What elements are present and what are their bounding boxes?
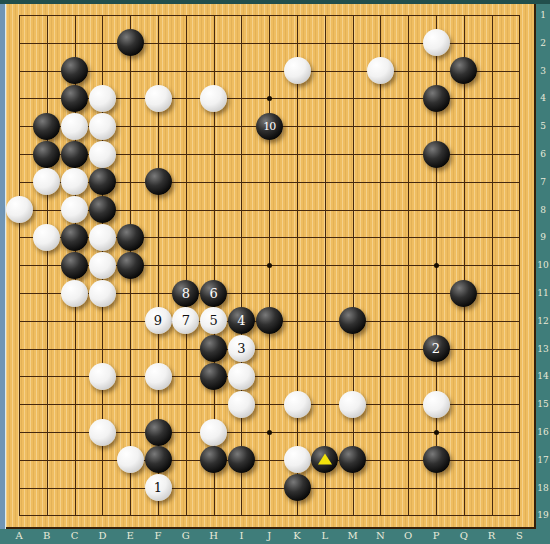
move-number-label: 10 bbox=[263, 121, 275, 132]
grid-line-vertical bbox=[408, 15, 409, 516]
row-label-16: 16 bbox=[537, 427, 548, 437]
stone-white bbox=[89, 224, 116, 251]
column-label-Q: Q bbox=[460, 530, 468, 541]
stone-black: 10 bbox=[256, 113, 283, 140]
stone-black bbox=[145, 446, 172, 473]
stone-black bbox=[256, 307, 283, 334]
stone-white: 7 bbox=[172, 307, 199, 334]
stone-black: 6 bbox=[200, 280, 227, 307]
stone-white bbox=[228, 363, 255, 390]
row-coordinate-strip: 12345678910111213141516171819 bbox=[536, 4, 550, 529]
column-label-S: S bbox=[516, 530, 523, 541]
stone-white bbox=[200, 85, 227, 112]
stone-black: 2 bbox=[423, 335, 450, 362]
row-label-6: 6 bbox=[540, 149, 546, 159]
grid-line-vertical bbox=[464, 15, 465, 516]
stone-black bbox=[200, 335, 227, 362]
row-label-10: 10 bbox=[537, 260, 548, 270]
row-label-3: 3 bbox=[540, 66, 546, 76]
column-coordinate-strip: ABCDEFGHIJKLMNOPQRS bbox=[0, 529, 550, 544]
row-label-12: 12 bbox=[537, 316, 548, 326]
stone-white bbox=[89, 419, 116, 446]
stone-white bbox=[423, 391, 450, 418]
column-label-N: N bbox=[376, 530, 385, 541]
stone-black: 8 bbox=[172, 280, 199, 307]
column-label-M: M bbox=[347, 530, 357, 541]
column-label-I: I bbox=[239, 530, 243, 541]
grid-line-horizontal bbox=[19, 488, 520, 489]
column-label-H: H bbox=[209, 530, 218, 541]
stone-black bbox=[423, 446, 450, 473]
stone-white bbox=[89, 280, 116, 307]
stone-black bbox=[228, 446, 255, 473]
stone-black bbox=[117, 29, 144, 56]
stone-white bbox=[200, 419, 227, 446]
stone-white bbox=[228, 391, 255, 418]
stone-white bbox=[6, 196, 33, 223]
stone-black bbox=[61, 85, 88, 112]
stone-black bbox=[423, 141, 450, 168]
stone-white bbox=[61, 168, 88, 195]
row-label-5: 5 bbox=[540, 121, 546, 131]
move-number-label: 2 bbox=[432, 342, 440, 355]
stone-black bbox=[61, 141, 88, 168]
column-label-K: K bbox=[293, 530, 300, 541]
column-label-G: G bbox=[182, 530, 190, 541]
row-label-9: 9 bbox=[540, 232, 546, 242]
row-label-14: 14 bbox=[537, 371, 548, 381]
star-point bbox=[267, 430, 272, 435]
stone-white bbox=[89, 113, 116, 140]
grid-line-vertical bbox=[297, 15, 298, 516]
stone-white: 3 bbox=[228, 335, 255, 362]
stone-black bbox=[284, 474, 311, 501]
row-label-7: 7 bbox=[540, 177, 546, 187]
stone-white bbox=[423, 29, 450, 56]
stone-black bbox=[311, 446, 338, 473]
stone-white: 5 bbox=[200, 307, 227, 334]
grid-line-vertical bbox=[519, 15, 520, 516]
move-number-label: 4 bbox=[237, 314, 245, 327]
stone-black bbox=[89, 196, 116, 223]
stone-white bbox=[89, 141, 116, 168]
stone-black bbox=[89, 168, 116, 195]
grid-line-vertical bbox=[325, 15, 326, 516]
stone-black bbox=[61, 224, 88, 251]
stone-white bbox=[117, 446, 144, 473]
stone-white bbox=[61, 280, 88, 307]
star-point bbox=[434, 430, 439, 435]
stone-white bbox=[89, 363, 116, 390]
move-number-label: 6 bbox=[209, 287, 217, 300]
stone-white: 1 bbox=[145, 474, 172, 501]
row-label-1: 1 bbox=[540, 10, 546, 20]
column-label-C: C bbox=[71, 530, 79, 541]
stone-black bbox=[145, 168, 172, 195]
column-label-P: P bbox=[433, 530, 440, 541]
row-label-19: 19 bbox=[537, 510, 548, 520]
grid-line-vertical bbox=[492, 15, 493, 516]
triangle-marker-icon bbox=[318, 453, 332, 464]
row-label-18: 18 bbox=[537, 483, 548, 493]
move-number-label: 7 bbox=[182, 314, 190, 327]
move-number-label: 3 bbox=[237, 342, 245, 355]
stone-white bbox=[284, 391, 311, 418]
stone-white bbox=[145, 85, 172, 112]
stone-white bbox=[89, 85, 116, 112]
stone-black bbox=[145, 419, 172, 446]
go-board[interactable]: 10869754321 bbox=[6, 4, 536, 529]
stone-white bbox=[284, 57, 311, 84]
row-label-11: 11 bbox=[537, 288, 548, 298]
stone-white bbox=[33, 168, 60, 195]
stone-black bbox=[61, 252, 88, 279]
grid-line-vertical bbox=[353, 15, 354, 516]
column-label-A: A bbox=[15, 530, 22, 541]
stone-black bbox=[117, 252, 144, 279]
column-label-E: E bbox=[127, 530, 134, 541]
row-label-8: 8 bbox=[540, 205, 546, 215]
star-point bbox=[434, 263, 439, 268]
row-label-15: 15 bbox=[537, 399, 548, 409]
column-label-F: F bbox=[155, 530, 162, 541]
column-label-B: B bbox=[43, 530, 50, 541]
stone-white bbox=[33, 224, 60, 251]
stone-white bbox=[61, 113, 88, 140]
move-number-label: 9 bbox=[154, 314, 162, 327]
row-label-17: 17 bbox=[537, 455, 548, 465]
star-point bbox=[267, 263, 272, 268]
grid-line-vertical bbox=[380, 15, 381, 516]
go-app-window: 10869754321 1234567891011121314151617181… bbox=[0, 0, 550, 544]
grid-line-horizontal bbox=[19, 515, 520, 516]
stone-black bbox=[117, 224, 144, 251]
stone-white bbox=[89, 252, 116, 279]
row-label-4: 4 bbox=[540, 93, 546, 103]
row-label-13: 13 bbox=[537, 344, 548, 354]
stone-black bbox=[339, 307, 366, 334]
stone-black bbox=[33, 113, 60, 140]
row-label-2: 2 bbox=[540, 38, 546, 48]
stone-white bbox=[284, 446, 311, 473]
stone-white: 9 bbox=[145, 307, 172, 334]
column-label-R: R bbox=[488, 530, 496, 541]
stone-black bbox=[200, 363, 227, 390]
stone-black bbox=[61, 57, 88, 84]
stone-black bbox=[423, 85, 450, 112]
stone-white bbox=[367, 57, 394, 84]
stone-black bbox=[450, 57, 477, 84]
column-label-D: D bbox=[98, 530, 106, 541]
stone-black bbox=[339, 446, 366, 473]
stone-white bbox=[61, 196, 88, 223]
stone-black bbox=[200, 446, 227, 473]
column-label-O: O bbox=[404, 530, 412, 541]
stone-white bbox=[339, 391, 366, 418]
column-label-J: J bbox=[267, 530, 271, 541]
column-label-L: L bbox=[321, 530, 328, 541]
stone-black bbox=[33, 141, 60, 168]
star-point bbox=[267, 96, 272, 101]
move-number-label: 1 bbox=[154, 481, 162, 494]
stone-black bbox=[450, 280, 477, 307]
stone-black: 4 bbox=[228, 307, 255, 334]
move-number-label: 5 bbox=[209, 314, 217, 327]
move-number-label: 8 bbox=[182, 287, 190, 300]
stone-white bbox=[145, 363, 172, 390]
